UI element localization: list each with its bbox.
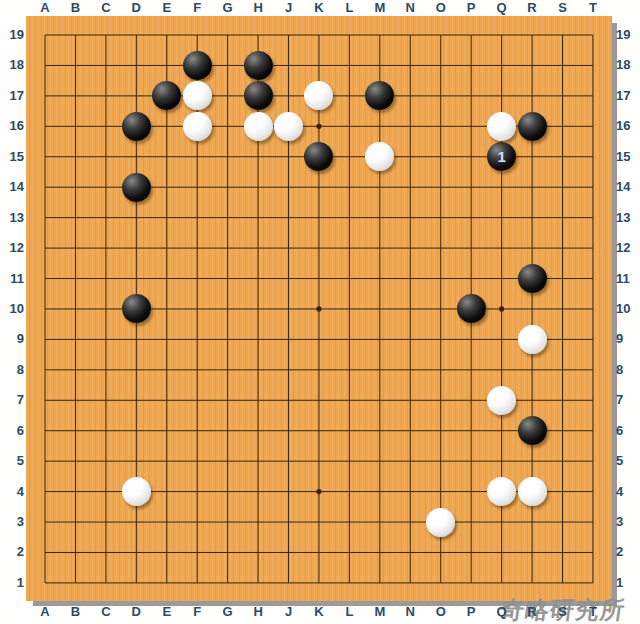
right-coord-4: 4 bbox=[616, 484, 640, 500]
left-coord-10: 10 bbox=[0, 301, 24, 317]
bottom-coord-G: G bbox=[218, 604, 238, 620]
right-coord-11: 11 bbox=[616, 271, 640, 287]
right-coord-5: 5 bbox=[616, 453, 640, 469]
stone-black bbox=[518, 416, 547, 445]
bottom-coord-R: R bbox=[522, 604, 542, 620]
right-coord-7: 7 bbox=[616, 392, 640, 408]
right-coord-2: 2 bbox=[616, 544, 640, 560]
stone-black bbox=[244, 51, 273, 80]
stone-white bbox=[487, 477, 516, 506]
bottom-coord-S: S bbox=[552, 604, 572, 620]
right-coord-1: 1 bbox=[616, 575, 640, 591]
star-point bbox=[499, 306, 504, 311]
top-coord-E: E bbox=[157, 0, 177, 16]
right-coord-14: 14 bbox=[616, 179, 640, 195]
top-coord-S: S bbox=[552, 0, 572, 16]
right-coord-17: 17 bbox=[616, 88, 640, 104]
top-coord-R: R bbox=[522, 0, 542, 16]
top-coord-A: A bbox=[35, 0, 55, 16]
top-coord-K: K bbox=[309, 0, 329, 16]
right-coord-15: 15 bbox=[616, 149, 640, 165]
right-coord-18: 18 bbox=[616, 57, 640, 73]
left-coord-15: 15 bbox=[0, 149, 24, 165]
bottom-coord-K: K bbox=[309, 604, 329, 620]
left-coord-3: 3 bbox=[0, 514, 24, 530]
top-coord-G: G bbox=[218, 0, 238, 16]
bottom-coord-M: M bbox=[370, 604, 390, 620]
left-coord-17: 17 bbox=[0, 88, 24, 104]
stone-black bbox=[457, 294, 486, 323]
stone-white bbox=[487, 112, 516, 141]
stone-black bbox=[244, 81, 273, 110]
left-coord-16: 16 bbox=[0, 118, 24, 134]
bottom-coord-H: H bbox=[248, 604, 268, 620]
top-coord-N: N bbox=[400, 0, 420, 16]
left-coord-2: 2 bbox=[0, 544, 24, 560]
top-coord-F: F bbox=[187, 0, 207, 16]
right-coord-8: 8 bbox=[616, 362, 640, 378]
right-coord-16: 16 bbox=[616, 118, 640, 134]
right-coord-9: 9 bbox=[616, 331, 640, 347]
right-coord-12: 12 bbox=[616, 240, 640, 256]
top-coord-H: H bbox=[248, 0, 268, 16]
stone-black bbox=[518, 264, 547, 293]
stone-black bbox=[122, 173, 151, 202]
left-coord-8: 8 bbox=[0, 362, 24, 378]
top-coord-O: O bbox=[431, 0, 451, 16]
left-coord-12: 12 bbox=[0, 240, 24, 256]
stone-white bbox=[274, 112, 303, 141]
left-coord-19: 19 bbox=[0, 27, 24, 43]
bottom-coord-E: E bbox=[157, 604, 177, 620]
right-coord-10: 10 bbox=[616, 301, 640, 317]
bottom-coord-D: D bbox=[126, 604, 146, 620]
bottom-coord-Q: Q bbox=[492, 604, 512, 620]
stone-white bbox=[518, 477, 547, 506]
top-coord-D: D bbox=[126, 0, 146, 16]
right-coord-19: 19 bbox=[616, 27, 640, 43]
left-coord-9: 9 bbox=[0, 331, 24, 347]
top-coord-P: P bbox=[461, 0, 481, 16]
left-coord-6: 6 bbox=[0, 423, 24, 439]
left-coord-18: 18 bbox=[0, 57, 24, 73]
top-coord-C: C bbox=[96, 0, 116, 16]
stone-white bbox=[426, 508, 455, 537]
right-coord-13: 13 bbox=[616, 210, 640, 226]
bottom-coord-L: L bbox=[339, 604, 359, 620]
right-coord-3: 3 bbox=[616, 514, 640, 530]
move-number-label: 1 bbox=[497, 149, 505, 164]
stone-white bbox=[487, 386, 516, 415]
bottom-coord-O: O bbox=[431, 604, 451, 620]
bottom-coord-F: F bbox=[187, 604, 207, 620]
star-point bbox=[316, 306, 321, 311]
left-coord-1: 1 bbox=[0, 575, 24, 591]
left-coord-13: 13 bbox=[0, 210, 24, 226]
top-coord-Q: Q bbox=[492, 0, 512, 16]
left-coord-11: 11 bbox=[0, 271, 24, 287]
bottom-coord-A: A bbox=[35, 604, 55, 620]
bottom-coord-P: P bbox=[461, 604, 481, 620]
left-coord-4: 4 bbox=[0, 484, 24, 500]
stone-white bbox=[244, 112, 273, 141]
bottom-coord-T: T bbox=[583, 604, 603, 620]
top-coord-L: L bbox=[339, 0, 359, 16]
left-coord-7: 7 bbox=[0, 392, 24, 408]
bottom-coord-J: J bbox=[279, 604, 299, 620]
stone-white bbox=[518, 325, 547, 354]
stone-black bbox=[122, 112, 151, 141]
stone-black bbox=[518, 112, 547, 141]
top-coord-J: J bbox=[279, 0, 299, 16]
stone-white bbox=[183, 81, 212, 110]
stone-black bbox=[183, 51, 212, 80]
star-point bbox=[316, 124, 321, 129]
stone-white bbox=[183, 112, 212, 141]
left-coord-14: 14 bbox=[0, 179, 24, 195]
bottom-coord-B: B bbox=[65, 604, 85, 620]
star-point bbox=[316, 489, 321, 494]
bottom-coord-N: N bbox=[400, 604, 420, 620]
right-coord-6: 6 bbox=[616, 423, 640, 439]
top-coord-T: T bbox=[583, 0, 603, 16]
left-coord-5: 5 bbox=[0, 453, 24, 469]
go-diagram: 奇略研究所 AABBCCDDEEFFGGHHJJKKLLMMNNOOPPQQRR… bbox=[0, 0, 640, 624]
top-coord-M: M bbox=[370, 0, 390, 16]
top-coord-B: B bbox=[65, 0, 85, 16]
stone-white bbox=[122, 477, 151, 506]
bottom-coord-C: C bbox=[96, 604, 116, 620]
